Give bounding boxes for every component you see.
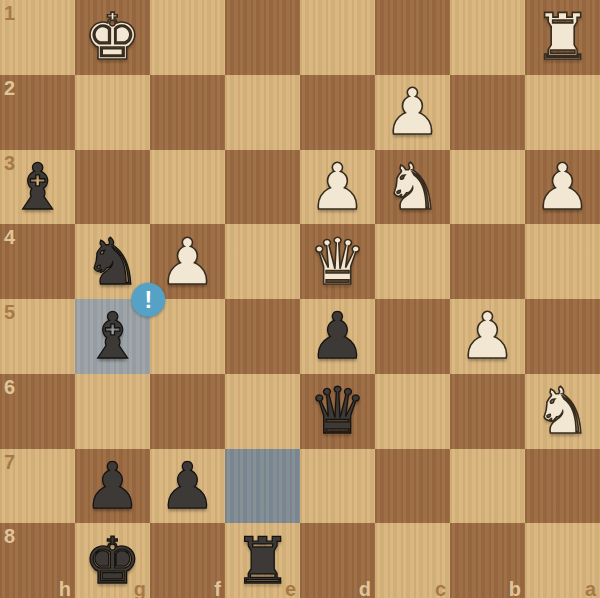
square-b5[interactable]: ♟: [450, 299, 525, 374]
square-h7[interactable]: 7: [0, 449, 75, 524]
square-e4[interactable]: [225, 224, 300, 299]
square-c7[interactable]: [375, 449, 450, 524]
square-b7[interactable]: [450, 449, 525, 524]
rank-label-8: 8: [4, 526, 15, 546]
square-e8[interactable]: e♜: [225, 523, 300, 598]
square-d5[interactable]: ♟: [300, 299, 375, 374]
piece-white-king[interactable]: ♚: [84, 5, 141, 69]
piece-black-knight[interactable]: ♞: [84, 230, 141, 294]
piece-white-queen[interactable]: ♛: [309, 230, 366, 294]
good-move-badge: !: [131, 283, 165, 317]
piece-white-pawn[interactable]: ♟: [459, 304, 516, 368]
piece-white-knight[interactable]: ♞: [534, 379, 591, 443]
square-d7[interactable]: [300, 449, 375, 524]
square-g3[interactable]: [75, 150, 150, 225]
square-d2[interactable]: [300, 75, 375, 150]
square-b1[interactable]: [450, 0, 525, 75]
piece-white-rook[interactable]: ♜: [534, 5, 591, 69]
square-c8[interactable]: c: [375, 523, 450, 598]
rank-label-2: 2: [4, 78, 15, 98]
rank-label-1: 1: [4, 3, 15, 23]
piece-black-rook[interactable]: ♜: [234, 529, 291, 593]
piece-black-bishop[interactable]: ♝: [9, 155, 66, 219]
square-d8[interactable]: d: [300, 523, 375, 598]
square-g8[interactable]: g♚: [75, 523, 150, 598]
square-h2[interactable]: 2: [0, 75, 75, 150]
square-a6[interactable]: ♞: [525, 374, 600, 449]
square-h3[interactable]: 3♝: [0, 150, 75, 225]
square-h6[interactable]: 6: [0, 374, 75, 449]
square-g7[interactable]: ♟: [75, 449, 150, 524]
square-a5[interactable]: [525, 299, 600, 374]
square-d1[interactable]: [300, 0, 375, 75]
square-c1[interactable]: [375, 0, 450, 75]
square-e3[interactable]: [225, 150, 300, 225]
file-label-h: h: [59, 579, 71, 598]
piece-black-pawn[interactable]: ♟: [84, 454, 141, 518]
square-f1[interactable]: [150, 0, 225, 75]
piece-black-bishop[interactable]: ♝: [84, 304, 141, 368]
square-b8[interactable]: b: [450, 523, 525, 598]
file-label-c: c: [435, 579, 446, 598]
square-a2[interactable]: [525, 75, 600, 150]
square-g5[interactable]: ♝!: [75, 299, 150, 374]
square-c2[interactable]: ♟: [375, 75, 450, 150]
square-e1[interactable]: [225, 0, 300, 75]
square-e6[interactable]: [225, 374, 300, 449]
square-g1[interactable]: ♚: [75, 0, 150, 75]
square-d3[interactable]: ♟: [300, 150, 375, 225]
piece-black-pawn[interactable]: ♟: [159, 454, 216, 518]
square-c3[interactable]: ♞: [375, 150, 450, 225]
file-label-f: f: [214, 579, 221, 598]
file-label-d: d: [359, 579, 371, 598]
square-g2[interactable]: [75, 75, 150, 150]
piece-white-pawn[interactable]: ♟: [534, 155, 591, 219]
square-f2[interactable]: [150, 75, 225, 150]
rank-label-7: 7: [4, 452, 15, 472]
piece-white-pawn[interactable]: ♟: [309, 155, 366, 219]
square-b4[interactable]: [450, 224, 525, 299]
square-c5[interactable]: [375, 299, 450, 374]
square-a8[interactable]: a: [525, 523, 600, 598]
square-h8[interactable]: 8h: [0, 523, 75, 598]
square-a1[interactable]: ♜: [525, 0, 600, 75]
piece-black-king[interactable]: ♚: [84, 529, 141, 593]
square-d6[interactable]: ♛: [300, 374, 375, 449]
square-e7[interactable]: [225, 449, 300, 524]
square-h5[interactable]: 5: [0, 299, 75, 374]
rank-label-4: 4: [4, 227, 15, 247]
square-c4[interactable]: [375, 224, 450, 299]
square-e5[interactable]: [225, 299, 300, 374]
square-f8[interactable]: f: [150, 523, 225, 598]
square-g6[interactable]: [75, 374, 150, 449]
piece-black-pawn[interactable]: ♟: [309, 304, 366, 368]
square-d4[interactable]: ♛: [300, 224, 375, 299]
file-label-a: a: [585, 579, 596, 598]
square-f3[interactable]: [150, 150, 225, 225]
square-b3[interactable]: [450, 150, 525, 225]
square-h1[interactable]: 1: [0, 0, 75, 75]
square-h4[interactable]: 4: [0, 224, 75, 299]
square-b6[interactable]: [450, 374, 525, 449]
file-label-b: b: [509, 579, 521, 598]
rank-label-6: 6: [4, 377, 15, 397]
chess-board: 1♚♜2♟3♝♟♞♟4♞♟♛5♝!♟♟6♛♞7♟♟8hg♚fe♜dcba: [0, 0, 600, 598]
square-b2[interactable]: [450, 75, 525, 150]
square-a7[interactable]: [525, 449, 600, 524]
square-e2[interactable]: [225, 75, 300, 150]
piece-black-queen[interactable]: ♛: [309, 379, 366, 443]
square-f6[interactable]: [150, 374, 225, 449]
square-c6[interactable]: [375, 374, 450, 449]
square-f7[interactable]: ♟: [150, 449, 225, 524]
piece-white-pawn[interactable]: ♟: [159, 230, 216, 294]
rank-label-5: 5: [4, 302, 15, 322]
square-a3[interactable]: ♟: [525, 150, 600, 225]
piece-white-pawn[interactable]: ♟: [384, 80, 441, 144]
piece-white-knight[interactable]: ♞: [384, 155, 441, 219]
square-a4[interactable]: [525, 224, 600, 299]
